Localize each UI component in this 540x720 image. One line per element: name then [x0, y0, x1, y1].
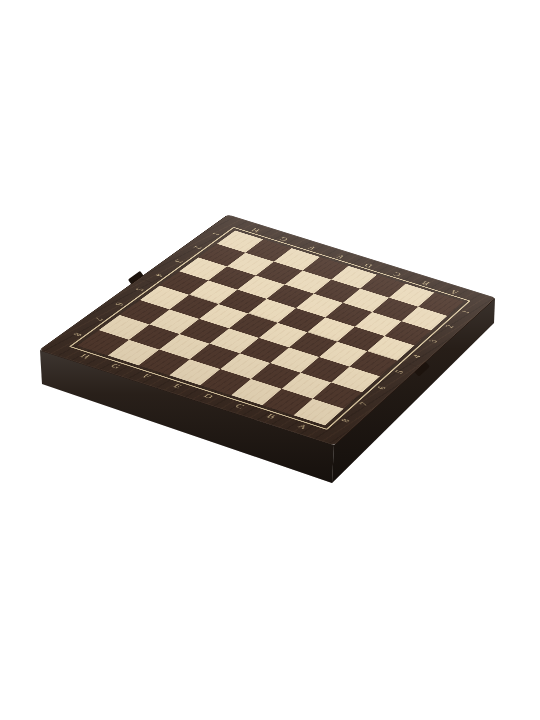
product-photo-scene: HGFEDCBA HGFEDCBA 12345678 12345678: [0, 0, 540, 720]
chess-board: HGFEDCBA HGFEDCBA 12345678 12345678: [40, 215, 495, 445]
